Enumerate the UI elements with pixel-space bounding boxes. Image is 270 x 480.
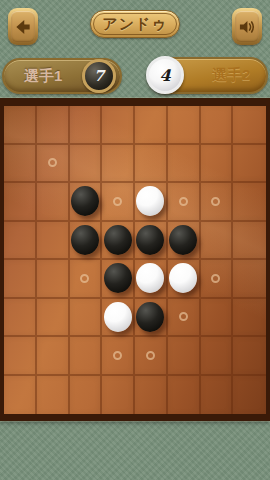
back-button-face [11, 11, 35, 42]
board-cell-f4[interactable]: ● [168, 222, 201, 261]
board-cell-h6[interactable] [233, 299, 266, 338]
player1-label: 選手1 [24, 67, 62, 86]
undo-button-label: アンドゥ [102, 15, 167, 34]
board-cell-f5[interactable]: ○ [168, 260, 201, 299]
legal-move-hint [179, 312, 188, 321]
black-disc: ● [71, 225, 99, 255]
arrow-left-icon [13, 17, 33, 37]
board-cell-b3[interactable] [37, 183, 70, 222]
board-cell-c3[interactable]: ● [70, 183, 103, 222]
board-cell-c6[interactable] [70, 299, 103, 338]
legal-move-hint [48, 158, 57, 167]
black-disc: ● [71, 186, 99, 216]
black-disc: ● [104, 225, 132, 255]
black-disc: ● [169, 225, 197, 255]
board-cell-a3[interactable] [4, 183, 37, 222]
board-cell-e2[interactable] [135, 145, 168, 184]
board-cell-d3[interactable] [102, 183, 135, 222]
board-cell-h4[interactable] [233, 222, 266, 261]
board-cell-h1[interactable] [233, 106, 266, 145]
board-cell-b6[interactable] [37, 299, 70, 338]
board-cell-e4[interactable]: ● [135, 222, 168, 261]
board-cell-g3[interactable] [201, 183, 234, 222]
board-cell-g6[interactable] [201, 299, 234, 338]
board-cell-c4[interactable]: ● [70, 222, 103, 261]
board-cell-f8[interactable] [168, 376, 201, 415]
board-cell-e5[interactable]: ○ [135, 260, 168, 299]
white-disc: ○ [136, 263, 164, 293]
board-cell-h3[interactable] [233, 183, 266, 222]
legal-move-hint [179, 197, 188, 206]
sound-button[interactable] [232, 8, 262, 45]
back-button[interactable] [8, 8, 38, 45]
player1-panel: 選手1 7 [2, 58, 122, 94]
board-cell-h5[interactable] [233, 260, 266, 299]
board-cell-g5[interactable] [201, 260, 234, 299]
legal-move-hint [146, 351, 155, 360]
board-grid: ●○●●●●●○○○● [4, 106, 266, 414]
player2-panel: 4 選手2 [148, 57, 268, 94]
undo-button[interactable]: アンドゥ [90, 10, 180, 38]
white-disc: ○ [169, 263, 197, 293]
legal-move-hint [80, 274, 89, 283]
board-cell-g8[interactable] [201, 376, 234, 415]
player2-score-disc: 4 [146, 56, 184, 94]
board-cell-a7[interactable] [4, 337, 37, 376]
board-cell-a5[interactable] [4, 260, 37, 299]
board-cell-b7[interactable] [37, 337, 70, 376]
board-cell-a1[interactable] [4, 106, 37, 145]
sound-button-face [235, 11, 259, 42]
board-cell-d2[interactable] [102, 145, 135, 184]
speaker-waves-icon [237, 17, 257, 37]
black-disc: ● [104, 263, 132, 293]
board-cell-c7[interactable] [70, 337, 103, 376]
board-cell-a4[interactable] [4, 222, 37, 261]
legal-move-hint [211, 274, 220, 283]
board-cell-b1[interactable] [37, 106, 70, 145]
player2-score: 4 [159, 66, 170, 85]
black-disc: ● [136, 302, 164, 332]
legal-move-hint [113, 197, 122, 206]
board-cell-g4[interactable] [201, 222, 234, 261]
board-cell-a2[interactable] [4, 145, 37, 184]
board-cell-d8[interactable] [102, 376, 135, 415]
board-cell-b8[interactable] [37, 376, 70, 415]
board-cell-f2[interactable] [168, 145, 201, 184]
legal-move-hint [211, 197, 220, 206]
board-cell-f1[interactable] [168, 106, 201, 145]
board-cell-c1[interactable] [70, 106, 103, 145]
board-cell-c2[interactable] [70, 145, 103, 184]
black-disc: ● [136, 225, 164, 255]
game-screen: アンドゥ 選手1 7 4 選手2 ●○●●●●●○○○● [0, 0, 270, 480]
board-cell-b2[interactable] [37, 145, 70, 184]
board-cell-h8[interactable] [233, 376, 266, 415]
player2-label: 選手2 [212, 66, 250, 85]
legal-move-hint [113, 351, 122, 360]
player1-score-disc: 7 [82, 59, 116, 93]
board-cell-e6[interactable]: ● [135, 299, 168, 338]
board-cell-g2[interactable] [201, 145, 234, 184]
board-cell-g1[interactable] [201, 106, 234, 145]
board-cell-e7[interactable] [135, 337, 168, 376]
board-cell-f6[interactable] [168, 299, 201, 338]
player1-score: 7 [94, 67, 104, 85]
board-cell-b4[interactable] [37, 222, 70, 261]
board-cell-h7[interactable] [233, 337, 266, 376]
board-cell-d1[interactable] [102, 106, 135, 145]
board-cell-e8[interactable] [135, 376, 168, 415]
board-cell-a6[interactable] [4, 299, 37, 338]
board-cell-g7[interactable] [201, 337, 234, 376]
board-cell-e3[interactable]: ○ [135, 183, 168, 222]
board-cell-c8[interactable] [70, 376, 103, 415]
board-cell-d7[interactable] [102, 337, 135, 376]
board-cell-d4[interactable]: ● [102, 222, 135, 261]
board-cell-d5[interactable]: ● [102, 260, 135, 299]
board-cell-b5[interactable] [37, 260, 70, 299]
board-cell-f7[interactable] [168, 337, 201, 376]
board-cell-h2[interactable] [233, 145, 266, 184]
white-disc: ○ [136, 186, 164, 216]
board-cell-f3[interactable] [168, 183, 201, 222]
white-disc: ○ [104, 302, 132, 332]
board-cell-d6[interactable]: ○ [102, 299, 135, 338]
board-cell-a8[interactable] [4, 376, 37, 415]
board-cell-e1[interactable] [135, 106, 168, 145]
board-cell-c5[interactable] [70, 260, 103, 299]
othello-board: ●○●●●●●○○○● [0, 98, 270, 421]
